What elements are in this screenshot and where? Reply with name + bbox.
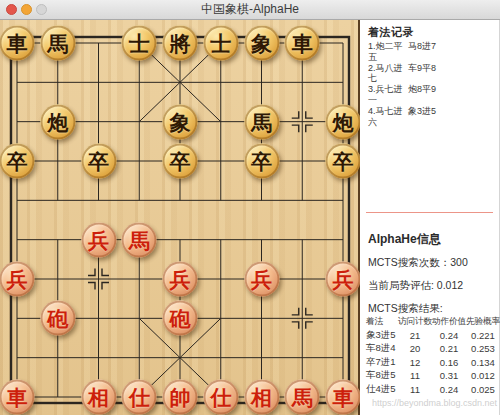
piece-red-砲[interactable]: 砲 <box>40 301 75 336</box>
table-row: 仕4进5 11 0.24 0.025 <box>366 383 500 397</box>
piece-red-馬[interactable]: 馬 <box>122 222 157 257</box>
red-move: 1.炮二平五 <box>368 41 408 63</box>
cell-move: 仕4进5 <box>366 383 398 396</box>
cell-value: 0.24 <box>432 384 466 395</box>
red-move: 3.兵七进一 <box>368 84 408 106</box>
xiangqi-board[interactable]: 車馬士將士象車炮象馬炮卒卒卒卒卒兵馬兵兵兵兵砲砲車相仕帥仕相馬車 <box>0 20 360 415</box>
piece-red-仕[interactable]: 仕 <box>203 379 238 414</box>
point-markers <box>88 111 313 329</box>
move-record-title: 着法记录 <box>368 25 414 40</box>
cell-prior: 0.253 <box>466 343 500 354</box>
watermark-url: https://beyondma.blog.csdn.net <box>372 398 497 408</box>
piece-black-卒[interactable]: 卒 <box>163 143 198 178</box>
table-header-row: 着法 访问计数 动作价值 先验概率 <box>366 315 500 329</box>
window-title: 中国象棋-AlphaHe <box>0 0 500 19</box>
piece-red-相[interactable]: 相 <box>81 379 116 414</box>
piece-red-車[interactable]: 車 <box>326 379 361 414</box>
piece-red-兵[interactable]: 兵 <box>326 261 361 296</box>
table-row: 卒7进1 12 0.16 0.134 <box>366 356 500 370</box>
red-move: 2.马八进七 <box>368 63 408 85</box>
cell-visits: 21 <box>398 330 432 341</box>
piece-black-象[interactable]: 象 <box>244 26 279 61</box>
piece-black-象[interactable]: 象 <box>163 104 198 139</box>
piece-red-砲[interactable]: 砲 <box>163 301 198 336</box>
piece-black-車[interactable]: 車 <box>0 26 35 61</box>
piece-black-將[interactable]: 將 <box>163 26 198 61</box>
piece-black-士[interactable]: 士 <box>203 26 238 61</box>
cell-move: 车8进5 <box>366 369 398 382</box>
piece-black-馬[interactable]: 馬 <box>244 104 279 139</box>
move-row: 3.兵七进一 炮8平9 <box>368 84 436 106</box>
cell-value: 0.31 <box>432 370 466 381</box>
piece-black-卒[interactable]: 卒 <box>0 143 35 178</box>
piece-black-卒[interactable]: 卒 <box>244 143 279 178</box>
table-row: 象3进5 21 0.24 0.221 <box>366 329 500 343</box>
cell-value: 0.16 <box>432 357 466 368</box>
piece-red-仕[interactable]: 仕 <box>122 379 157 414</box>
piece-red-帥[interactable]: 帥 <box>163 379 198 414</box>
cell-value: 0.21 <box>432 343 466 354</box>
black-move: 炮8平9 <box>408 84 436 106</box>
alphahe-info-title: AlphaHe信息 <box>368 231 441 248</box>
table-row: 车8进5 11 0.31 0.012 <box>366 369 500 383</box>
move-row: 2.马八进七 车9平8 <box>368 63 436 85</box>
col-header-visits: 访问计数 <box>398 316 432 328</box>
mcts-results-title: MCTS搜索结果: <box>368 302 443 316</box>
board-grid <box>0 20 360 415</box>
piece-black-卒[interactable]: 卒 <box>81 143 116 178</box>
piece-black-炮[interactable]: 炮 <box>326 104 361 139</box>
piece-red-相[interactable]: 相 <box>244 379 279 414</box>
black-move: 车9平8 <box>408 63 436 85</box>
col-header-move: 着法 <box>366 316 398 328</box>
cell-prior: 0.134 <box>466 357 500 368</box>
sidebar: 着法记录 1.炮二平五 马8进7 2.马八进七 车9平8 3.兵七进一 炮8平9… <box>360 20 500 415</box>
cell-move: 象3进5 <box>366 329 398 342</box>
piece-black-馬[interactable]: 馬 <box>40 26 75 61</box>
section-divider <box>366 212 493 213</box>
black-move: 马8进7 <box>408 41 436 63</box>
cell-move: 卒7进1 <box>366 356 398 369</box>
cell-prior: 0.025 <box>466 384 500 395</box>
cell-visits: 12 <box>398 357 432 368</box>
mcts-results-table: 着法 访问计数 动作价值 先验概率 象3进5 21 0.24 0.221 车8进… <box>366 315 500 396</box>
cell-visits: 20 <box>398 343 432 354</box>
current-evaluation: 当前局势评估: 0.012 <box>368 279 463 293</box>
red-move: 4.马七进六 <box>368 106 408 128</box>
table-row: 车8进4 20 0.21 0.253 <box>366 342 500 356</box>
piece-black-車[interactable]: 車 <box>285 26 320 61</box>
col-header-value: 动作价值 <box>432 316 466 328</box>
piece-red-馬[interactable]: 馬 <box>285 379 320 414</box>
piece-black-士[interactable]: 士 <box>122 26 157 61</box>
piece-red-兵[interactable]: 兵 <box>0 261 35 296</box>
cell-visits: 11 <box>398 370 432 381</box>
move-row: 4.马七进六 象3进5 <box>368 106 436 128</box>
mcts-search-count: MCTS搜索次数：300 <box>368 256 468 270</box>
cell-move: 车8进4 <box>366 342 398 355</box>
piece-red-車[interactable]: 車 <box>0 379 35 414</box>
piece-black-卒[interactable]: 卒 <box>326 143 361 178</box>
piece-black-炮[interactable]: 炮 <box>40 104 75 139</box>
piece-red-兵[interactable]: 兵 <box>163 261 198 296</box>
move-row: 1.炮二平五 马8进7 <box>368 41 436 63</box>
cell-value: 0.24 <box>432 330 466 341</box>
piece-red-兵[interactable]: 兵 <box>244 261 279 296</box>
col-header-prior: 先验概率 <box>466 316 500 328</box>
cell-prior: 0.221 <box>466 330 500 341</box>
piece-red-兵[interactable]: 兵 <box>81 222 116 257</box>
cell-prior: 0.012 <box>466 370 500 381</box>
cell-visits: 11 <box>398 384 432 395</box>
move-record-list: 1.炮二平五 马8进7 2.马八进七 车9平8 3.兵七进一 炮8平9 4.马七… <box>368 41 436 127</box>
black-move: 象3进5 <box>408 106 436 128</box>
titlebar: 中国象棋-AlphaHe <box>0 0 500 20</box>
